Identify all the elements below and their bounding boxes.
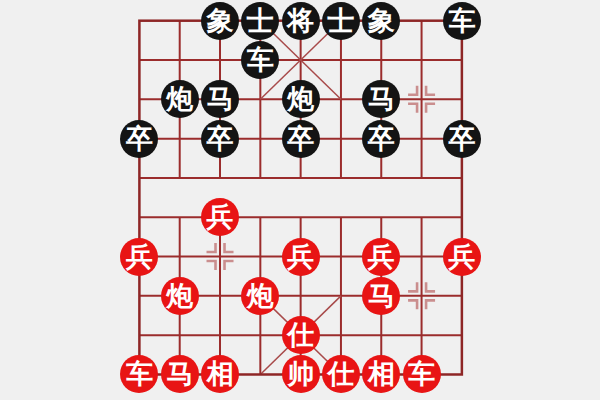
piece-red-cannon[interactable]: 炮 — [241, 277, 279, 315]
cannon-pawn-position-marker — [408, 300, 417, 309]
piece-black-elephant[interactable]: 象 — [362, 2, 400, 40]
cannon-pawn-position-marker — [408, 86, 417, 95]
cannon-pawn-position-marker — [426, 86, 435, 95]
xiangqi-app: 象士将士象车车炮马炮马卒卒卒卒卒兵兵兵兵兵炮炮马仕车马相帅仕相车 — [0, 0, 600, 400]
cannon-pawn-position-marker — [408, 104, 417, 113]
piece-red-horse[interactable]: 马 — [362, 277, 400, 315]
cannon-pawn-position-marker — [426, 104, 435, 113]
piece-red-soldier[interactable]: 兵 — [120, 238, 158, 276]
cannon-pawn-position-marker — [225, 261, 234, 270]
cannon-pawn-position-marker — [207, 261, 216, 270]
piece-red-chariot[interactable]: 车 — [120, 355, 158, 393]
cannon-pawn-position-marker — [426, 300, 435, 309]
piece-black-advisor[interactable]: 士 — [322, 2, 360, 40]
piece-red-general[interactable]: 帅 — [282, 355, 320, 393]
piece-black-horse[interactable]: 马 — [362, 80, 400, 118]
cannon-pawn-position-marker — [426, 282, 435, 291]
piece-black-advisor[interactable]: 士 — [241, 2, 279, 40]
piece-red-elephant[interactable]: 相 — [201, 355, 239, 393]
piece-black-soldier[interactable]: 卒 — [362, 120, 400, 158]
piece-red-soldier[interactable]: 兵 — [282, 238, 320, 276]
piece-red-cannon[interactable]: 炮 — [161, 277, 199, 315]
piece-black-soldier[interactable]: 卒 — [282, 120, 320, 158]
piece-black-soldier[interactable]: 卒 — [443, 120, 481, 158]
cannon-pawn-position-marker — [225, 243, 234, 252]
piece-black-general[interactable]: 将 — [282, 2, 320, 40]
piece-black-soldier[interactable]: 卒 — [120, 120, 158, 158]
piece-red-horse[interactable]: 马 — [161, 355, 199, 393]
piece-red-advisor[interactable]: 仕 — [322, 355, 360, 393]
piece-black-soldier[interactable]: 卒 — [201, 120, 239, 158]
piece-red-advisor[interactable]: 仕 — [282, 316, 320, 354]
piece-black-chariot[interactable]: 车 — [241, 41, 279, 79]
piece-red-elephant[interactable]: 相 — [362, 355, 400, 393]
piece-black-chariot[interactable]: 车 — [443, 2, 481, 40]
piece-black-cannon[interactable]: 炮 — [161, 80, 199, 118]
piece-black-elephant[interactable]: 象 — [201, 2, 239, 40]
piece-red-soldier[interactable]: 兵 — [443, 238, 481, 276]
piece-red-soldier[interactable]: 兵 — [362, 238, 400, 276]
piece-black-horse[interactable]: 马 — [201, 80, 239, 118]
piece-red-chariot[interactable]: 车 — [403, 355, 441, 393]
cannon-pawn-position-marker — [408, 282, 417, 291]
piece-black-cannon[interactable]: 炮 — [282, 80, 320, 118]
cannon-pawn-position-marker — [207, 243, 216, 252]
piece-red-soldier[interactable]: 兵 — [201, 198, 239, 236]
